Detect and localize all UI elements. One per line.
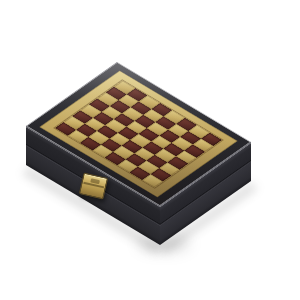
chess-box-product-photo: [0, 0, 300, 300]
